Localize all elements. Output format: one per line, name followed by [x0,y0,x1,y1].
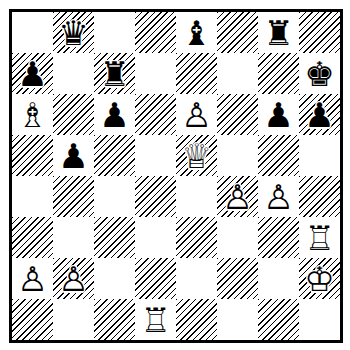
square-a5[interactable] [12,135,53,176]
black-king-piece[interactable]: ♚♚ [299,53,340,94]
square-h1[interactable] [299,299,340,340]
square-b3[interactable] [53,217,94,258]
black-pawn-piece[interactable]: ♟♟ [53,135,94,176]
square-d3[interactable] [135,217,176,258]
black-rook-piece[interactable]: ♜♜ [258,12,299,53]
white-pawn-piece[interactable]: ♟♙ [53,258,94,299]
square-f1[interactable] [217,299,258,340]
black-pawn-glyph: ♟ [304,98,334,132]
white-queen-piece[interactable]: ♛♕ [176,135,217,176]
square-f2[interactable] [217,258,258,299]
white-pawn-glyph: ♙ [181,98,211,132]
white-pawn-glyph: ♙ [263,180,293,214]
square-g3[interactable] [258,217,299,258]
square-c1[interactable] [94,299,135,340]
square-g7[interactable] [258,53,299,94]
white-king-glyph: ♔ [304,262,334,296]
white-pawn-piece[interactable]: ♟♙ [176,94,217,135]
white-king-piece[interactable]: ♚♔ [299,258,340,299]
square-b4[interactable] [53,176,94,217]
white-bishop-glyph: ♗ [17,98,47,132]
black-rook-glyph: ♜ [263,16,293,50]
square-g1[interactable] [258,299,299,340]
square-e8[interactable]: ♝♝ [176,12,217,53]
square-f7[interactable] [217,53,258,94]
square-a2[interactable]: ♟♙ [12,258,53,299]
square-g8[interactable]: ♜♜ [258,12,299,53]
white-queen-glyph: ♕ [181,139,211,173]
square-f5[interactable] [217,135,258,176]
square-a4[interactable] [12,176,53,217]
square-c6[interactable]: ♟♟ [94,94,135,135]
white-pawn-piece[interactable]: ♟♙ [217,176,258,217]
square-e2[interactable] [176,258,217,299]
square-g2[interactable] [258,258,299,299]
square-d6[interactable] [135,94,176,135]
square-e1[interactable] [176,299,217,340]
black-queen-glyph: ♛ [58,16,88,50]
white-rook-piece[interactable]: ♜♖ [299,217,340,258]
square-d8[interactable] [135,12,176,53]
square-f6[interactable] [217,94,258,135]
square-c8[interactable] [94,12,135,53]
square-a6[interactable]: ♝♗ [12,94,53,135]
black-pawn-piece[interactable]: ♟♟ [12,53,53,94]
square-b1[interactable] [53,299,94,340]
black-rook-piece[interactable]: ♜♜ [94,53,135,94]
square-d4[interactable] [135,176,176,217]
square-f3[interactable] [217,217,258,258]
square-e4[interactable] [176,176,217,217]
white-pawn-glyph: ♙ [17,262,47,296]
white-rook-glyph: ♖ [304,221,334,255]
chess-board-frame: ♛♛♝♝♜♜♟♟♜♜♚♚♝♗♟♟♟♙♟♟♟♟♟♟♛♕♟♙♟♙♜♖♟♙♟♙♚♔♜♖ [9,9,343,343]
square-h5[interactable] [299,135,340,176]
square-e6[interactable]: ♟♙ [176,94,217,135]
square-b7[interactable] [53,53,94,94]
black-pawn-glyph: ♟ [17,57,47,91]
white-bishop-piece[interactable]: ♝♗ [12,94,53,135]
chess-diagram-page: ♛♛♝♝♜♜♟♟♜♜♚♚♝♗♟♟♟♙♟♟♟♟♟♟♛♕♟♙♟♙♜♖♟♙♟♙♚♔♜♖ [0,0,350,350]
black-pawn-piece[interactable]: ♟♟ [299,94,340,135]
black-pawn-glyph: ♟ [263,98,293,132]
square-d2[interactable] [135,258,176,299]
square-c2[interactable] [94,258,135,299]
square-b5[interactable]: ♟♟ [53,135,94,176]
square-d1[interactable]: ♜♖ [135,299,176,340]
chess-board: ♛♛♝♝♜♜♟♟♜♜♚♚♝♗♟♟♟♙♟♟♟♟♟♟♛♕♟♙♟♙♜♖♟♙♟♙♚♔♜♖ [12,12,340,340]
square-h3[interactable]: ♜♖ [299,217,340,258]
square-b8[interactable]: ♛♛ [53,12,94,53]
white-pawn-piece[interactable]: ♟♙ [258,176,299,217]
square-a7[interactable]: ♟♟ [12,53,53,94]
black-bishop-piece[interactable]: ♝♝ [176,12,217,53]
square-f4[interactable]: ♟♙ [217,176,258,217]
square-e5[interactable]: ♛♕ [176,135,217,176]
black-king-glyph: ♚ [304,57,334,91]
square-d5[interactable] [135,135,176,176]
square-b6[interactable] [53,94,94,135]
square-c3[interactable] [94,217,135,258]
square-g6[interactable]: ♟♟ [258,94,299,135]
black-rook-glyph: ♜ [99,57,129,91]
square-e3[interactable] [176,217,217,258]
square-c5[interactable] [94,135,135,176]
square-g4[interactable]: ♟♙ [258,176,299,217]
square-e7[interactable] [176,53,217,94]
square-a3[interactable] [12,217,53,258]
black-queen-piece[interactable]: ♛♛ [53,12,94,53]
square-g5[interactable] [258,135,299,176]
black-pawn-piece[interactable]: ♟♟ [258,94,299,135]
square-a1[interactable] [12,299,53,340]
square-a8[interactable] [12,12,53,53]
white-pawn-glyph: ♙ [222,180,252,214]
square-h7[interactable]: ♚♚ [299,53,340,94]
square-d7[interactable] [135,53,176,94]
white-rook-piece[interactable]: ♜♖ [135,299,176,340]
square-h2[interactable]: ♚♔ [299,258,340,299]
square-h4[interactable] [299,176,340,217]
square-b2[interactable]: ♟♙ [53,258,94,299]
black-bishop-glyph: ♝ [181,16,211,50]
square-f8[interactable] [217,12,258,53]
white-rook-glyph: ♖ [140,303,170,337]
white-pawn-piece[interactable]: ♟♙ [12,258,53,299]
square-h6[interactable]: ♟♟ [299,94,340,135]
square-c4[interactable] [94,176,135,217]
black-pawn-glyph: ♟ [58,139,88,173]
black-pawn-glyph: ♟ [99,98,129,132]
white-pawn-glyph: ♙ [58,262,88,296]
square-c7[interactable]: ♜♜ [94,53,135,94]
black-pawn-piece[interactable]: ♟♟ [94,94,135,135]
square-h8[interactable] [299,12,340,53]
